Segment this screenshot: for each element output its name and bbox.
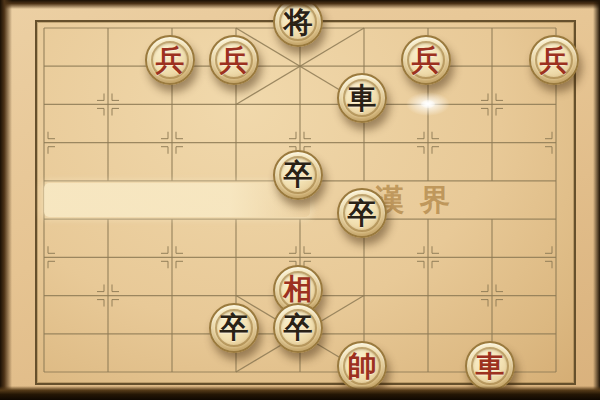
piece-character: 車	[476, 352, 505, 381]
piece-character: 卒	[284, 160, 313, 189]
piece-character: 車	[348, 84, 377, 113]
piece-red-chariot[interactable]: 車	[465, 341, 515, 391]
piece-black-soldier[interactable]: 卒	[337, 188, 387, 238]
piece-character: 兵	[156, 46, 185, 75]
piece-black-soldier[interactable]: 卒	[273, 150, 323, 200]
piece-character: 兵	[412, 46, 441, 75]
piece-character: 相	[284, 275, 313, 304]
photo-edge-left	[0, 0, 12, 400]
piece-character: 兵	[220, 46, 249, 75]
piece-character: 将	[284, 8, 313, 37]
river-label: 漢界	[374, 184, 504, 216]
piece-black-soldier[interactable]: 卒	[273, 303, 323, 353]
piece-red-soldier[interactable]: 兵	[401, 35, 451, 85]
river-pale-band	[44, 183, 310, 217]
photo-edge-bottom	[0, 386, 600, 400]
xiangqi-app-screen: 漢界 将兵兵兵兵車卒卒相卒卒帥車	[0, 0, 600, 400]
piece-character: 卒	[284, 313, 313, 342]
piece-red-soldier[interactable]: 兵	[145, 35, 195, 85]
piece-red-soldier[interactable]: 兵	[209, 35, 259, 85]
piece-red-general[interactable]: 帥	[337, 341, 387, 391]
photo-edge-top	[0, 0, 600, 9]
photo-edge-right	[593, 0, 600, 400]
piece-red-soldier[interactable]: 兵	[529, 35, 579, 85]
piece-character: 帥	[348, 352, 377, 381]
piece-character: 卒	[348, 199, 377, 228]
piece-character: 兵	[540, 46, 569, 75]
piece-black-soldier[interactable]: 卒	[209, 303, 259, 353]
piece-character: 卒	[220, 313, 249, 342]
